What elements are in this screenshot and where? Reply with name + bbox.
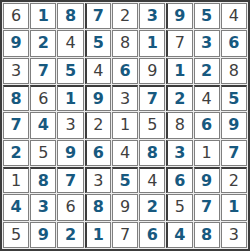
cell-r3c8[interactable]: 2 bbox=[194, 58, 220, 84]
cell-r9c7[interactable]: 4 bbox=[166, 222, 192, 248]
cell-r9c1[interactable]: 5 bbox=[3, 222, 29, 248]
cell-r1c6[interactable]: 3 bbox=[139, 3, 165, 29]
cell-r7c1[interactable]: 1 bbox=[3, 167, 29, 193]
cell-r7c2[interactable]: 8 bbox=[30, 167, 56, 193]
cell-r2c4[interactable]: 5 bbox=[85, 30, 111, 56]
cell-r3c3[interactable]: 5 bbox=[57, 58, 83, 84]
cell-r8c2[interactable]: 3 bbox=[30, 194, 56, 220]
cell-r4c9[interactable]: 5 bbox=[221, 85, 247, 111]
cell-r8c1[interactable]: 4 bbox=[3, 194, 29, 220]
cell-r4c6[interactable]: 7 bbox=[139, 85, 165, 111]
cell-r8c9[interactable]: 1 bbox=[221, 194, 247, 220]
cell-r3c2[interactable]: 7 bbox=[30, 58, 56, 84]
cell-r5c1[interactable]: 7 bbox=[3, 112, 29, 138]
cell-r7c8[interactable]: 9 bbox=[194, 167, 220, 193]
cell-r5c6[interactable]: 5 bbox=[139, 112, 165, 138]
cell-r8c5[interactable]: 9 bbox=[112, 194, 138, 220]
cell-r3c6[interactable]: 9 bbox=[139, 58, 165, 84]
cell-r4c4[interactable]: 9 bbox=[85, 85, 111, 111]
cell-r5c3[interactable]: 3 bbox=[57, 112, 83, 138]
cell-r8c7[interactable]: 5 bbox=[166, 194, 192, 220]
cell-r1c7[interactable]: 9 bbox=[166, 3, 192, 29]
cell-r7c5[interactable]: 5 bbox=[112, 167, 138, 193]
cell-r1c3[interactable]: 8 bbox=[57, 3, 83, 29]
cell-r4c5[interactable]: 3 bbox=[112, 85, 138, 111]
cell-r3c4[interactable]: 4 bbox=[85, 58, 111, 84]
cell-r3c1[interactable]: 3 bbox=[3, 58, 29, 84]
cell-r9c2[interactable]: 9 bbox=[30, 222, 56, 248]
cell-r9c4[interactable]: 1 bbox=[85, 222, 111, 248]
cell-r4c2[interactable]: 6 bbox=[30, 85, 56, 111]
cell-r6c9[interactable]: 7 bbox=[221, 140, 247, 166]
cell-r4c7[interactable]: 2 bbox=[166, 85, 192, 111]
cell-r6c1[interactable]: 2 bbox=[3, 140, 29, 166]
cell-r2c3[interactable]: 4 bbox=[57, 30, 83, 56]
cell-r5c4[interactable]: 2 bbox=[85, 112, 111, 138]
cell-r7c4[interactable]: 3 bbox=[85, 167, 111, 193]
cell-r1c2[interactable]: 1 bbox=[30, 3, 56, 29]
cell-r3c7[interactable]: 1 bbox=[166, 58, 192, 84]
cell-r9c3[interactable]: 2 bbox=[57, 222, 83, 248]
cell-r2c7[interactable]: 7 bbox=[166, 30, 192, 56]
cell-r9c6[interactable]: 6 bbox=[139, 222, 165, 248]
cell-r9c9[interactable]: 3 bbox=[221, 222, 247, 248]
cell-r1c1[interactable]: 6 bbox=[3, 3, 29, 29]
cell-r8c4[interactable]: 8 bbox=[85, 194, 111, 220]
cell-r2c9[interactable]: 6 bbox=[221, 30, 247, 56]
cell-r5c5[interactable]: 1 bbox=[112, 112, 138, 138]
cell-r2c2[interactable]: 2 bbox=[30, 30, 56, 56]
cell-r7c9[interactable]: 2 bbox=[221, 167, 247, 193]
cell-r6c7[interactable]: 3 bbox=[166, 140, 192, 166]
cell-r4c3[interactable]: 1 bbox=[57, 85, 83, 111]
cell-r8c3[interactable]: 6 bbox=[57, 194, 83, 220]
cell-r2c6[interactable]: 1 bbox=[139, 30, 165, 56]
cell-r4c8[interactable]: 4 bbox=[194, 85, 220, 111]
cell-r6c8[interactable]: 1 bbox=[194, 140, 220, 166]
cell-r9c8[interactable]: 8 bbox=[194, 222, 220, 248]
cell-r1c9[interactable]: 4 bbox=[221, 3, 247, 29]
sudoku-board: 6187239549245817363754691288619372457432… bbox=[0, 0, 250, 251]
cell-r6c2[interactable]: 5 bbox=[30, 140, 56, 166]
cell-r6c5[interactable]: 4 bbox=[112, 140, 138, 166]
cell-r1c8[interactable]: 5 bbox=[194, 3, 220, 29]
cell-r7c6[interactable]: 4 bbox=[139, 167, 165, 193]
cell-r4c1[interactable]: 8 bbox=[3, 85, 29, 111]
cell-r5c9[interactable]: 9 bbox=[221, 112, 247, 138]
cell-r2c5[interactable]: 8 bbox=[112, 30, 138, 56]
cell-r8c8[interactable]: 7 bbox=[194, 194, 220, 220]
cell-r6c3[interactable]: 9 bbox=[57, 140, 83, 166]
cell-r2c8[interactable]: 3 bbox=[194, 30, 220, 56]
cell-r6c6[interactable]: 8 bbox=[139, 140, 165, 166]
cell-r3c9[interactable]: 8 bbox=[221, 58, 247, 84]
cell-r7c7[interactable]: 6 bbox=[166, 167, 192, 193]
cell-r8c6[interactable]: 2 bbox=[139, 194, 165, 220]
cell-r9c5[interactable]: 7 bbox=[112, 222, 138, 248]
cell-r7c3[interactable]: 7 bbox=[57, 167, 83, 193]
cell-r3c5[interactable]: 6 bbox=[112, 58, 138, 84]
cell-r5c8[interactable]: 6 bbox=[194, 112, 220, 138]
cell-r5c2[interactable]: 4 bbox=[30, 112, 56, 138]
cell-r5c7[interactable]: 8 bbox=[166, 112, 192, 138]
cell-r2c1[interactable]: 9 bbox=[3, 30, 29, 56]
cell-r6c4[interactable]: 6 bbox=[85, 140, 111, 166]
cell-r1c5[interactable]: 2 bbox=[112, 3, 138, 29]
cell-r1c4[interactable]: 7 bbox=[85, 3, 111, 29]
